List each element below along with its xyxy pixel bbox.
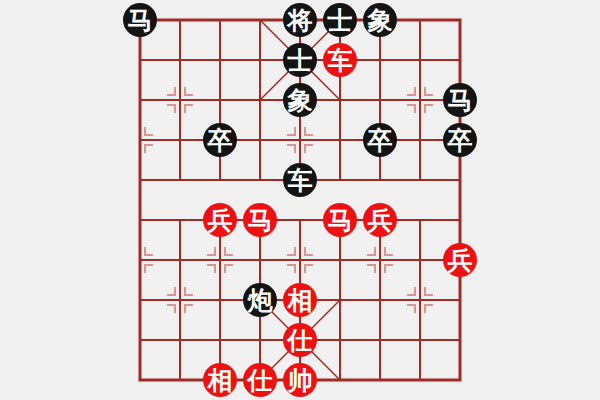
piece-red-elephant[interactable]: 相 (203, 363, 237, 397)
piece-red-soldier[interactable]: 兵 (203, 203, 237, 237)
piece-red-advisor[interactable]: 仕 (283, 323, 317, 357)
piece-black-soldier[interactable]: 卒 (203, 123, 237, 157)
piece-black-elephant[interactable]: 象 (283, 83, 317, 117)
piece-red-advisor[interactable]: 仕 (243, 363, 277, 397)
piece-black-horse[interactable]: 马 (123, 3, 157, 37)
piece-red-general[interactable]: 帅 (283, 363, 317, 397)
piece-black-horse[interactable]: 马 (443, 83, 477, 117)
piece-black-general[interactable]: 将 (283, 3, 317, 37)
piece-grid: 马将士象士车象马卒卒卒车兵马马兵兵炮相仕相仕帅 (120, 0, 480, 400)
piece-black-soldier[interactable]: 卒 (443, 123, 477, 157)
piece-red-soldier[interactable]: 兵 (363, 203, 397, 237)
piece-red-horse[interactable]: 马 (323, 203, 357, 237)
piece-black-advisor[interactable]: 士 (323, 3, 357, 37)
piece-black-cannon[interactable]: 炮 (243, 283, 277, 317)
piece-red-horse[interactable]: 马 (243, 203, 277, 237)
piece-red-soldier[interactable]: 兵 (443, 243, 477, 277)
piece-black-soldier[interactable]: 卒 (363, 123, 397, 157)
piece-black-advisor[interactable]: 士 (283, 43, 317, 77)
piece-black-elephant[interactable]: 象 (363, 3, 397, 37)
piece-red-chariot[interactable]: 车 (323, 43, 357, 77)
piece-black-chariot[interactable]: 车 (283, 163, 317, 197)
xiangqi-board: 马将士象士车象马卒卒卒车兵马马兵兵炮相仕相仕帅 (0, 0, 600, 400)
piece-red-elephant[interactable]: 相 (283, 283, 317, 317)
